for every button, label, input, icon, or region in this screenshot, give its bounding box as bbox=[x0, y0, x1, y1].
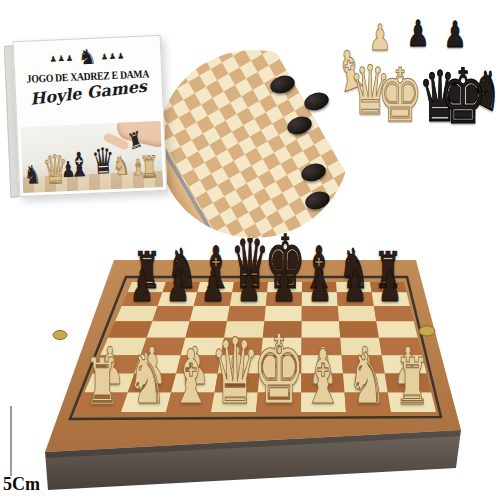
open-box-photo: ♟♝♟♟♜♟♟♝♟♟♟♟ bbox=[158, 50, 350, 238]
white-rook-piece: ♜ bbox=[139, 152, 160, 183]
left-clasp-icon bbox=[53, 331, 67, 340]
black-bishop-piece: ♝ bbox=[67, 147, 90, 182]
board-lid bbox=[158, 50, 350, 238]
product-collage: ♟♟♟ ♞ ♟♟♟ JOGO DE XADREZ E DAMA Hoyle Ga… bbox=[0, 0, 500, 500]
black-pawn-piece: ♟ bbox=[444, 17, 467, 53]
black-pawn-piece: ♟ bbox=[407, 16, 430, 52]
box-cover-photo: ♞♛♟♝♛♞♝♜♜ bbox=[20, 121, 163, 193]
black-king-piece: ♚ bbox=[439, 59, 487, 135]
scale-line bbox=[10, 406, 12, 476]
black-knight-piece: ♞ bbox=[24, 161, 42, 188]
white-king-piece: ♚ bbox=[377, 58, 423, 132]
board-scene: ♜♞♝♛♚♝♞♜♟♟♟♟♟♟♟♟♟♟♟♟♟♟♟♟♜♞♝♛♚♝♞♜ bbox=[0, 230, 500, 500]
product-box-face: ♟♟♟ ♞ ♟♟♟ JOGO DE XADREZ E DAMA Hoyle Ga… bbox=[13, 35, 168, 197]
knight-icon: ♞ bbox=[78, 46, 98, 68]
box-logo: ♟♟♟ ♞ ♟♟♟ bbox=[49, 44, 126, 69]
white-queen-piece: ♛ bbox=[42, 149, 70, 190]
pawn-row-icon: ♟♟♟ bbox=[101, 51, 126, 61]
scale-label: 5Cm bbox=[3, 474, 40, 495]
white-knight-piece: ♞ bbox=[112, 152, 130, 179]
board-graphic bbox=[0, 230, 500, 500]
pieces-photo: ♝♛♟♚♟♟♛♚♞ bbox=[332, 6, 500, 206]
pawn-row-icon: ♟♟♟ bbox=[49, 53, 74, 63]
product-box: ♟♟♟ ♞ ♟♟♟ JOGO DE XADREZ E DAMA Hoyle Ga… bbox=[13, 35, 168, 197]
right-clasp-icon bbox=[419, 326, 435, 336]
board-squares bbox=[76, 282, 436, 412]
